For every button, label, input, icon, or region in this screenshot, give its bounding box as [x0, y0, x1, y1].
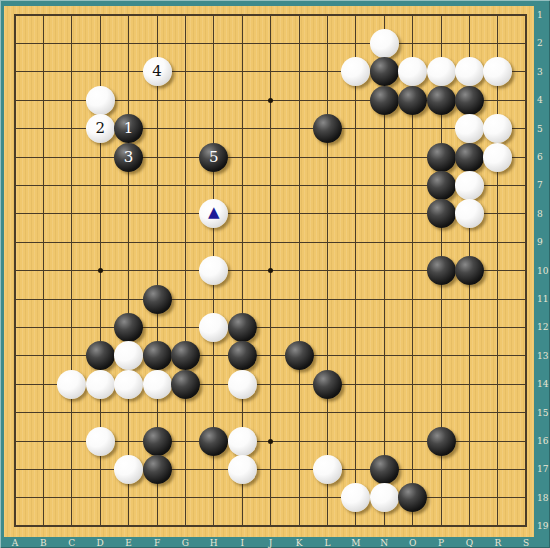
white-stone[interactable]: [228, 370, 257, 399]
black-stone[interactable]: [455, 143, 484, 172]
black-stone[interactable]: 3: [114, 143, 143, 172]
black-stone[interactable]: [199, 427, 228, 456]
white-stone[interactable]: [86, 427, 115, 456]
black-stone[interactable]: [455, 86, 484, 115]
black-stone[interactable]: 1: [114, 114, 143, 143]
black-stone[interactable]: [398, 86, 427, 115]
black-stone[interactable]: [171, 370, 200, 399]
row-label: 18: [537, 493, 548, 503]
grid-line: [14, 469, 527, 470]
white-stone[interactable]: [455, 57, 484, 86]
white-stone[interactable]: [114, 455, 143, 484]
column-label: Q: [466, 538, 473, 548]
row-label: 17: [537, 464, 548, 474]
white-stone[interactable]: [86, 370, 115, 399]
column-label: D: [97, 538, 104, 548]
column-label: K: [296, 538, 303, 548]
white-stone[interactable]: [199, 313, 228, 342]
white-stone[interactable]: [57, 370, 86, 399]
grid-line: [525, 14, 527, 527]
row-label: 4: [537, 95, 543, 105]
row-label: 12: [537, 322, 548, 332]
grid-line: [14, 327, 527, 328]
row-label: 8: [537, 209, 543, 219]
row-label: 9: [537, 237, 543, 247]
column-label: C: [68, 538, 75, 548]
grid-line: [299, 14, 300, 527]
row-label: 16: [537, 436, 548, 446]
white-stone[interactable]: [228, 455, 257, 484]
grid-line: [14, 525, 527, 527]
white-stone[interactable]: [370, 29, 399, 58]
column-label: P: [438, 538, 444, 548]
white-stone[interactable]: [483, 143, 512, 172]
black-stone[interactable]: [427, 143, 456, 172]
triangle-marker: ▲: [208, 205, 220, 220]
black-stone[interactable]: [228, 341, 257, 370]
black-stone[interactable]: [313, 114, 342, 143]
column-label: F: [154, 538, 160, 548]
black-stone[interactable]: [427, 199, 456, 228]
black-stone[interactable]: [370, 86, 399, 115]
move-number-2: 2: [95, 121, 105, 136]
row-label: 5: [537, 124, 543, 134]
white-stone[interactable]: [143, 370, 172, 399]
move-number-4: 4: [152, 64, 162, 79]
row-label: 11: [537, 294, 548, 304]
grid-line: [14, 299, 527, 300]
column-label: L: [324, 538, 330, 548]
column-label: O: [409, 538, 416, 548]
column-label: J: [269, 538, 273, 548]
column-label: A: [12, 538, 19, 548]
column-label: B: [40, 538, 47, 548]
white-stone[interactable]: [86, 86, 115, 115]
move-number-1: 1: [124, 121, 134, 136]
star-point: [268, 439, 273, 444]
black-stone[interactable]: [427, 171, 456, 200]
column-label: S: [523, 538, 529, 548]
white-stone[interactable]: [228, 427, 257, 456]
black-stone[interactable]: [228, 313, 257, 342]
row-label: 1: [537, 10, 543, 20]
column-label: M: [351, 538, 360, 548]
star-point: [98, 268, 103, 273]
black-stone[interactable]: [427, 256, 456, 285]
row-label: 10: [537, 266, 548, 276]
row-label: 19: [537, 521, 548, 531]
row-label: 3: [537, 67, 543, 77]
black-stone[interactable]: [313, 370, 342, 399]
black-stone[interactable]: 5: [199, 143, 228, 172]
grid-line: [497, 14, 498, 527]
white-stone[interactable]: [114, 370, 143, 399]
row-label: 14: [537, 379, 548, 389]
star-point: [268, 98, 273, 103]
black-stone[interactable]: [427, 427, 456, 456]
black-stone[interactable]: [143, 427, 172, 456]
column-label: I: [240, 538, 244, 548]
grid-line: [14, 497, 527, 498]
grid-line: [327, 14, 328, 527]
black-stone[interactable]: [143, 455, 172, 484]
black-stone[interactable]: [143, 285, 172, 314]
white-stone[interactable]: [427, 57, 456, 86]
column-label: E: [125, 538, 132, 548]
grid-line: [355, 14, 356, 527]
white-stone[interactable]: [313, 455, 342, 484]
row-label: 2: [537, 38, 543, 48]
black-stone[interactable]: [427, 86, 456, 115]
row-label: 15: [537, 408, 548, 418]
white-stone[interactable]: [455, 114, 484, 143]
go-board-frame: 42135▲ABCDEFGHIJKLMNOPQRS123456789101112…: [0, 0, 550, 548]
column-label: N: [380, 538, 388, 548]
black-stone[interactable]: [171, 341, 200, 370]
column-label: H: [210, 538, 218, 548]
black-stone[interactable]: [455, 256, 484, 285]
black-stone[interactable]: [370, 455, 399, 484]
column-label: R: [494, 538, 501, 548]
black-stone[interactable]: [86, 341, 115, 370]
white-stone[interactable]: 2: [86, 114, 115, 143]
white-stone[interactable]: 4: [143, 57, 172, 86]
column-label: G: [182, 538, 189, 548]
black-stone[interactable]: [285, 341, 314, 370]
move-number-5: 5: [209, 150, 219, 165]
row-label: 13: [537, 351, 548, 361]
white-stone[interactable]: [455, 199, 484, 228]
white-stone[interactable]: [455, 171, 484, 200]
row-label: 6: [537, 152, 543, 162]
move-number-3: 3: [124, 150, 134, 165]
row-label: 7: [537, 180, 543, 190]
black-stone[interactable]: [370, 57, 399, 86]
white-stone[interactable]: [370, 483, 399, 512]
black-stone[interactable]: [143, 341, 172, 370]
grid-line: [14, 412, 527, 413]
black-stone[interactable]: [114, 313, 143, 342]
